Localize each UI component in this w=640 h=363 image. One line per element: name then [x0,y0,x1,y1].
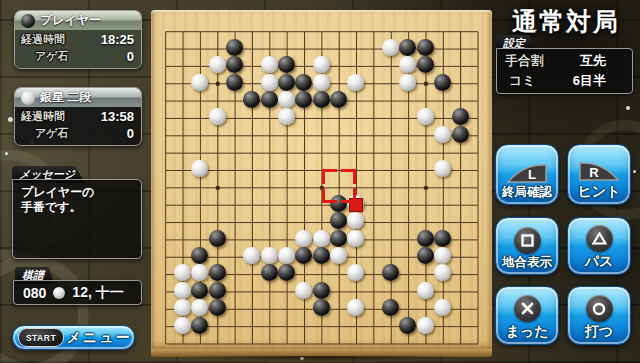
go-board[interactable] [151,10,492,349]
black-stone [209,264,226,281]
black-stone [452,108,469,125]
black-stone [209,230,226,247]
hint-label: ヒント [578,184,621,204]
black-stone [313,247,330,264]
white-stone [313,56,330,73]
sparkle [626,106,630,110]
board-cursor[interactable] [322,169,356,203]
board-shadow [148,356,495,362]
kifu-move-number: 080 [23,285,46,301]
white-stone [209,56,226,73]
player-white-panel: 銀星 二段 経過時間 13:58 アゲ石 0 [14,87,142,146]
start-badge: START [18,328,64,347]
play-label: 打つ [585,324,613,344]
white-captures-value: 0 [127,126,134,141]
territory-display-button[interactable]: 地合表示 [495,217,559,275]
white-stone-icon [21,91,35,105]
circle-button-icon [586,295,613,322]
cross-button-icon [514,295,541,322]
white-stone [191,74,208,91]
game-screen: プレイヤー 経過時間 18:25 アゲ石 0 銀星 二段 経過時間 13:58 … [0,0,640,363]
black-stone [330,91,347,108]
black-stone [313,91,330,108]
end-game-confirm-button[interactable]: L 終局確認 [495,144,559,205]
handicap-value: 互先 [580,52,606,70]
black-stone [209,282,226,299]
black-stone [399,317,416,334]
black-stone [313,299,330,316]
white-stone [278,91,295,108]
message-line2: 手番です。 [21,200,133,215]
square-button-icon [514,227,541,254]
black-time-value: 18:25 [101,32,134,47]
white-stone [261,74,278,91]
play-button[interactable]: 打つ [567,286,631,345]
komi-label: コミ [505,72,536,90]
black-time-label: 経過時間 [21,32,65,47]
menu-button[interactable]: START メニュー [12,325,135,350]
white-stone [174,282,191,299]
R-trigger-icon: R [577,157,621,183]
mode-title: 通常対局 [497,5,635,38]
player-black-header: プレイヤー [15,11,141,30]
white-stone [278,247,295,264]
svg-text:R: R [589,165,599,180]
black-stone [417,56,434,73]
pass-label: パス [585,254,614,274]
message-panel: プレイヤーの 手番です。 [12,179,142,259]
white-stone [295,230,312,247]
kifu-last-stone-icon [53,287,65,299]
white-stone [347,230,364,247]
white-stone [261,247,278,264]
black-stone [295,74,312,91]
white-time-label: 経過時間 [21,109,65,124]
black-stone [278,74,295,91]
sparkle [633,170,636,173]
sparkle [5,152,8,155]
undo-label: まった [506,324,549,344]
message-line1: プレイヤーの [21,185,133,200]
black-stone [226,39,243,56]
black-stone [226,74,243,91]
triangle-button-icon [586,225,613,252]
komi-value: 6目半 [573,72,606,90]
white-stone [174,317,191,334]
white-stone [417,108,434,125]
black-stone [261,264,278,281]
white-stone [434,126,451,143]
black-stone [191,317,208,334]
white-stone [417,282,434,299]
handicap-label: 手合割 [505,52,544,70]
kifu-panel: 080 12, 十一 [13,280,142,305]
hint-button[interactable]: R ヒント [567,144,631,205]
white-stone [313,230,330,247]
sparkle [8,117,13,122]
black-stone [226,56,243,73]
black-stone [191,282,208,299]
white-stone [261,56,278,73]
undo-button[interactable]: まった [495,286,559,345]
kifu-coordinate: 12, 十一 [72,284,123,302]
pass-button[interactable]: パス [567,217,631,275]
player-white-header: 銀星 二段 [15,88,141,107]
white-stone [174,299,191,316]
black-stone [261,91,278,108]
black-stone [313,282,330,299]
white-stone [313,74,330,91]
white-stone [382,39,399,56]
end-game-confirm-label: 終局確認 [502,186,552,205]
black-stone [417,39,434,56]
black-stone [417,247,434,264]
white-stone [417,317,434,334]
black-stone [434,74,451,91]
black-stone-icon [21,14,35,28]
black-stone [452,126,469,143]
player-black-panel: プレイヤー 経過時間 18:25 アゲ石 0 [14,10,142,69]
white-captures-label: アゲ石 [21,126,69,141]
player-white-name: 銀星 二段 [40,89,91,106]
player-black-name: プレイヤー [40,12,101,29]
black-stone [417,230,434,247]
white-time-value: 13:58 [101,109,134,124]
territory-display-label: 地合表示 [502,256,552,275]
settings-panel: 手合割 互先 コミ 6目半 [496,48,633,94]
svg-text:L: L [528,167,536,182]
black-stone [209,299,226,316]
white-stone [295,282,312,299]
black-stone [330,230,347,247]
black-stone [434,230,451,247]
black-captures-label: アゲ石 [21,49,69,64]
white-stone [330,247,347,264]
menu-button-label: メニュー [64,329,134,347]
white-stone [347,74,364,91]
L-trigger-icon: L [505,159,549,185]
white-stone [209,108,226,125]
black-captures-value: 0 [127,49,134,64]
white-stone [399,74,416,91]
